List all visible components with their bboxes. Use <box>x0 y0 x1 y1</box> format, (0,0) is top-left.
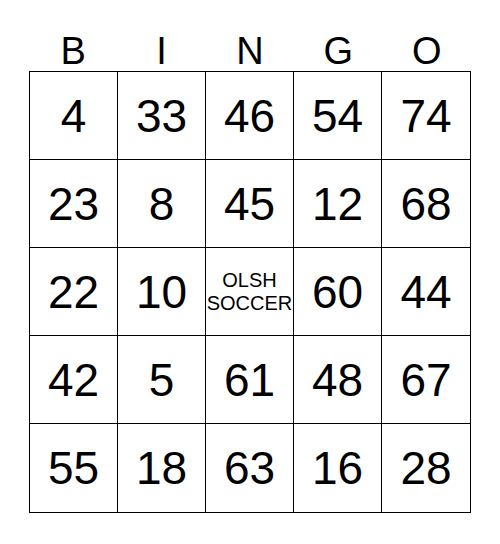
bingo-cell-r2c2[interactable]: 8 <box>118 160 206 248</box>
free-space-line2: SOCCER <box>207 292 293 315</box>
free-space-cell[interactable]: OLSH SOCCER <box>206 248 294 336</box>
bingo-cell-r4c5[interactable]: 67 <box>382 336 470 424</box>
header-letter-g: G <box>324 32 354 70</box>
bingo-cell-r4c2[interactable]: 5 <box>118 336 206 424</box>
bingo-cell-r1c5[interactable]: 74 <box>382 72 470 160</box>
bingo-cell-r3c4[interactable]: 60 <box>294 248 382 336</box>
bingo-cell-r2c5[interactable]: 68 <box>382 160 470 248</box>
bingo-cell-r3c2[interactable]: 10 <box>118 248 206 336</box>
bingo-cell-r4c1[interactable]: 42 <box>30 336 118 424</box>
bingo-cell-r2c1[interactable]: 23 <box>30 160 118 248</box>
bingo-cell-r5c2[interactable]: 18 <box>118 424 206 512</box>
bingo-cell-r5c5[interactable]: 28 <box>382 424 470 512</box>
bingo-cell-r5c3[interactable]: 63 <box>206 424 294 512</box>
bingo-cell-r2c4[interactable]: 12 <box>294 160 382 248</box>
bingo-cell-r4c4[interactable]: 48 <box>294 336 382 424</box>
bingo-cell-r3c1[interactable]: 22 <box>30 248 118 336</box>
bingo-cell-r3c5[interactable]: 44 <box>382 248 470 336</box>
bingo-cell-r2c3[interactable]: 45 <box>206 160 294 248</box>
bingo-cell-r1c3[interactable]: 46 <box>206 72 294 160</box>
bingo-grid: 4 33 46 54 74 23 8 45 12 68 22 10 OLSH S… <box>29 71 471 513</box>
bingo-card: B I N G O 4 33 46 54 74 23 8 45 12 68 22… <box>29 0 471 513</box>
bingo-cell-r5c4[interactable]: 16 <box>294 424 382 512</box>
header-letter-b: B <box>61 32 86 70</box>
bingo-cell-r1c4[interactable]: 54 <box>294 72 382 160</box>
header-letter-i: I <box>156 32 167 70</box>
bingo-cell-r1c2[interactable]: 33 <box>118 72 206 160</box>
header-letter-o: O <box>412 32 442 70</box>
bingo-cell-r4c3[interactable]: 61 <box>206 336 294 424</box>
bingo-cell-r5c1[interactable]: 55 <box>30 424 118 512</box>
header-letter-n: N <box>236 32 263 70</box>
bingo-cell-r1c1[interactable]: 4 <box>30 72 118 160</box>
free-space-line1: OLSH <box>222 269 276 292</box>
bingo-header-row: B I N G O <box>29 0 471 71</box>
